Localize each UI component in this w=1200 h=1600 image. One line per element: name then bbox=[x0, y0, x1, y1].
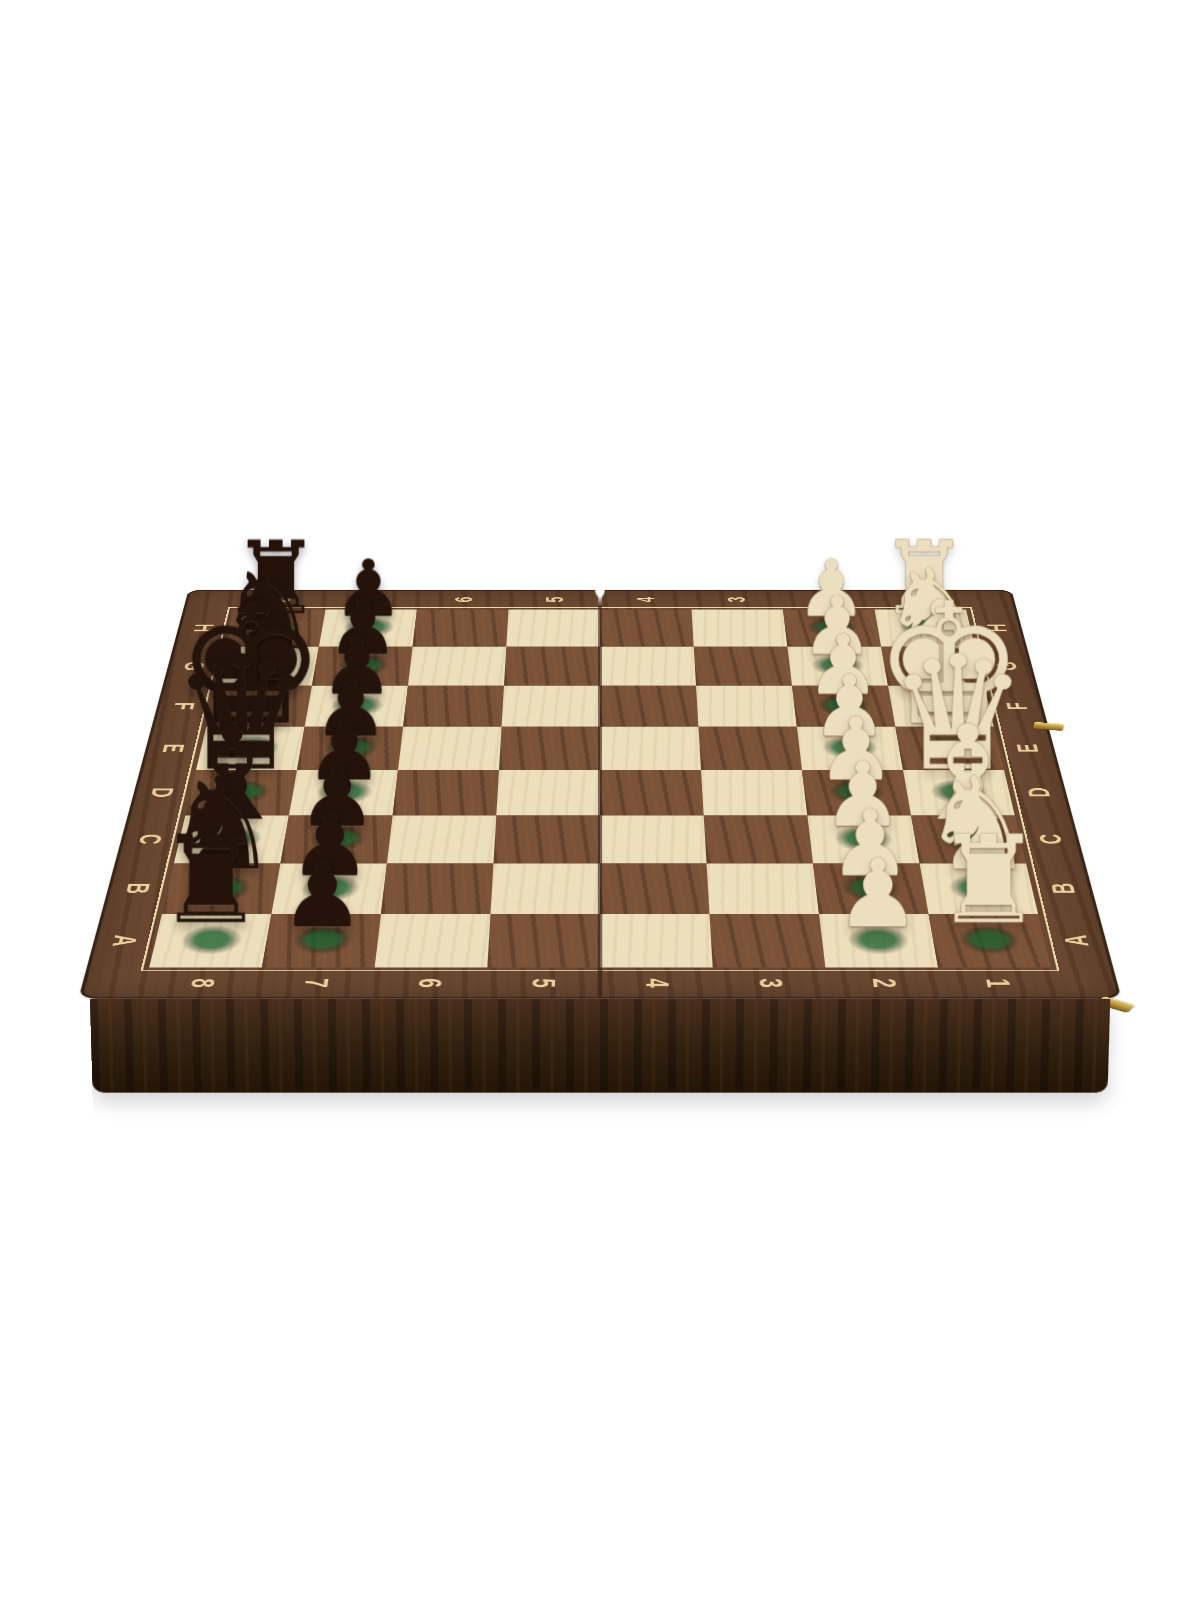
rank-label: 5 bbox=[529, 582, 580, 618]
fold-seam bbox=[598, 589, 603, 998]
white-rook-piece[interactable]: ♜ bbox=[889, 819, 1088, 940]
rank-label: 8 bbox=[253, 582, 311, 618]
rank-label: 1 bbox=[890, 582, 948, 618]
square-d5[interactable] bbox=[496, 770, 600, 815]
chess-board: HGFEDCBA HGFEDCBA 87654321 87654321 ♜♟♟♜… bbox=[78, 590, 1121, 999]
rank-label: 2 bbox=[800, 582, 856, 618]
square-b4[interactable] bbox=[600, 863, 710, 914]
square-c5[interactable] bbox=[493, 815, 600, 863]
square-a5[interactable] bbox=[487, 914, 600, 968]
box-side bbox=[90, 999, 1111, 1093]
square-a7[interactable]: ♟ bbox=[262, 914, 381, 968]
square-c4[interactable] bbox=[600, 815, 707, 863]
scene: HGFEDCBA HGFEDCBA 87654321 87654321 ♜♟♟♜… bbox=[0, 0, 1200, 1600]
rank-label: 3 bbox=[710, 582, 764, 618]
square-g5[interactable] bbox=[504, 647, 600, 686]
square-f4[interactable] bbox=[600, 686, 698, 727]
square-d4[interactable] bbox=[600, 770, 704, 815]
square-e4[interactable] bbox=[600, 727, 701, 770]
square-a1[interactable]: ♜ bbox=[929, 914, 1051, 968]
rank-label: 6 bbox=[437, 582, 491, 618]
square-b5[interactable] bbox=[490, 863, 600, 914]
square-g4[interactable] bbox=[600, 647, 696, 686]
rank-label: 4 bbox=[620, 582, 671, 618]
square-f5[interactable] bbox=[502, 686, 600, 727]
square-a4[interactable] bbox=[600, 914, 713, 968]
rank-label: 7 bbox=[345, 582, 401, 618]
square-e5[interactable] bbox=[499, 727, 600, 770]
black-pawn-piece[interactable]: ♟ bbox=[223, 846, 422, 941]
board-tilt: HGFEDCBA HGFEDCBA 87654321 87654321 ♜♟♟♜… bbox=[78, 590, 1121, 999]
